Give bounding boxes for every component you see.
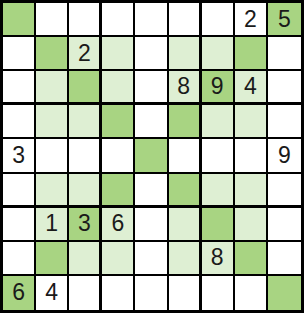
cell-r7-c2[interactable]: 1 bbox=[36, 208, 69, 242]
cell-r5-c9[interactable]: 9 bbox=[268, 139, 301, 173]
cell-r3-c9[interactable] bbox=[268, 71, 301, 105]
cell-r6-c5[interactable] bbox=[135, 174, 168, 208]
cell-r2-c9[interactable] bbox=[268, 37, 301, 71]
cell-r2-c4[interactable] bbox=[102, 37, 135, 71]
cell-r1-c2[interactable] bbox=[36, 3, 69, 37]
cell-r8-c6[interactable] bbox=[169, 242, 202, 276]
cell-r9-c5[interactable] bbox=[135, 276, 168, 310]
cell-r7-c5[interactable] bbox=[135, 208, 168, 242]
cell-r1-c8[interactable]: 2 bbox=[235, 3, 268, 37]
cell-r4-c1[interactable] bbox=[3, 105, 36, 139]
cell-r9-c4[interactable] bbox=[102, 276, 135, 310]
cell-r9-c1[interactable]: 6 bbox=[3, 276, 36, 310]
cell-r7-c7[interactable] bbox=[202, 208, 235, 242]
cell-r1-c1[interactable] bbox=[3, 3, 36, 37]
cell-r1-c5[interactable] bbox=[135, 3, 168, 37]
cell-r8-c3[interactable] bbox=[69, 242, 102, 276]
cell-r8-c4[interactable] bbox=[102, 242, 135, 276]
cell-r4-c5[interactable] bbox=[135, 105, 168, 139]
cell-r7-c8[interactable] bbox=[235, 208, 268, 242]
cell-r4-c7[interactable] bbox=[202, 105, 235, 139]
cell-r6-c4[interactable] bbox=[102, 174, 135, 208]
cell-r9-c9[interactable] bbox=[268, 276, 301, 310]
cell-r6-c1[interactable] bbox=[3, 174, 36, 208]
cell-r1-c7[interactable] bbox=[202, 3, 235, 37]
cell-r4-c8[interactable] bbox=[235, 105, 268, 139]
cell-r7-c4[interactable]: 6 bbox=[102, 208, 135, 242]
cell-r1-c3[interactable] bbox=[69, 3, 102, 37]
cell-r9-c6[interactable] bbox=[169, 276, 202, 310]
cell-r3-c8[interactable]: 4 bbox=[235, 71, 268, 105]
cell-r5-c2[interactable] bbox=[36, 139, 69, 173]
cell-r8-c1[interactable] bbox=[3, 242, 36, 276]
cell-r8-c8[interactable] bbox=[235, 242, 268, 276]
cell-r6-c9[interactable] bbox=[268, 174, 301, 208]
cell-r9-c8[interactable] bbox=[235, 276, 268, 310]
cell-r1-c6[interactable] bbox=[169, 3, 202, 37]
cell-r8-c7[interactable]: 8 bbox=[202, 242, 235, 276]
cell-r6-c8[interactable] bbox=[235, 174, 268, 208]
cell-r7-c6[interactable] bbox=[169, 208, 202, 242]
cell-r3-c3[interactable] bbox=[69, 71, 102, 105]
cell-r5-c7[interactable] bbox=[202, 139, 235, 173]
cell-r2-c8[interactable] bbox=[235, 37, 268, 71]
cell-r9-c2[interactable]: 4 bbox=[36, 276, 69, 310]
cell-r4-c2[interactable] bbox=[36, 105, 69, 139]
cell-r2-c2[interactable] bbox=[36, 37, 69, 71]
cell-r3-c2[interactable] bbox=[36, 71, 69, 105]
cell-r5-c6[interactable] bbox=[169, 139, 202, 173]
cell-r3-c1[interactable] bbox=[3, 71, 36, 105]
cell-r5-c5[interactable] bbox=[135, 139, 168, 173]
cell-r5-c8[interactable] bbox=[235, 139, 268, 173]
cell-r8-c9[interactable] bbox=[268, 242, 301, 276]
cell-r2-c3[interactable]: 2 bbox=[69, 37, 102, 71]
cell-r6-c7[interactable] bbox=[202, 174, 235, 208]
cell-r4-c6[interactable] bbox=[169, 105, 202, 139]
cell-r5-c4[interactable] bbox=[102, 139, 135, 173]
cell-r3-c6[interactable]: 8 bbox=[169, 71, 202, 105]
cell-r4-c9[interactable] bbox=[268, 105, 301, 139]
cell-r5-c3[interactable] bbox=[69, 139, 102, 173]
cell-r8-c2[interactable] bbox=[36, 242, 69, 276]
cell-r4-c4[interactable] bbox=[102, 105, 135, 139]
sudoku-page: 25289439136864 bbox=[0, 0, 304, 320]
cell-r2-c5[interactable] bbox=[135, 37, 168, 71]
cell-r2-c6[interactable] bbox=[169, 37, 202, 71]
cell-r9-c3[interactable] bbox=[69, 276, 102, 310]
cell-r3-c7[interactable]: 9 bbox=[202, 71, 235, 105]
cell-r7-c3[interactable]: 3 bbox=[69, 208, 102, 242]
cell-r6-c6[interactable] bbox=[169, 174, 202, 208]
sudoku-board: 25289439136864 bbox=[0, 0, 304, 313]
cell-r3-c4[interactable] bbox=[102, 71, 135, 105]
cell-r9-c7[interactable] bbox=[202, 276, 235, 310]
cell-r2-c7[interactable] bbox=[202, 37, 235, 71]
cell-r2-c1[interactable] bbox=[3, 37, 36, 71]
cell-r7-c9[interactable] bbox=[268, 208, 301, 242]
cell-r1-c9[interactable]: 5 bbox=[268, 3, 301, 37]
cell-r8-c5[interactable] bbox=[135, 242, 168, 276]
cell-r6-c3[interactable] bbox=[69, 174, 102, 208]
cell-r6-c2[interactable] bbox=[36, 174, 69, 208]
cell-r4-c3[interactable] bbox=[69, 105, 102, 139]
cell-r1-c4[interactable] bbox=[102, 3, 135, 37]
cell-r5-c1[interactable]: 3 bbox=[3, 139, 36, 173]
cell-r3-c5[interactable] bbox=[135, 71, 168, 105]
cell-r7-c1[interactable] bbox=[3, 208, 36, 242]
